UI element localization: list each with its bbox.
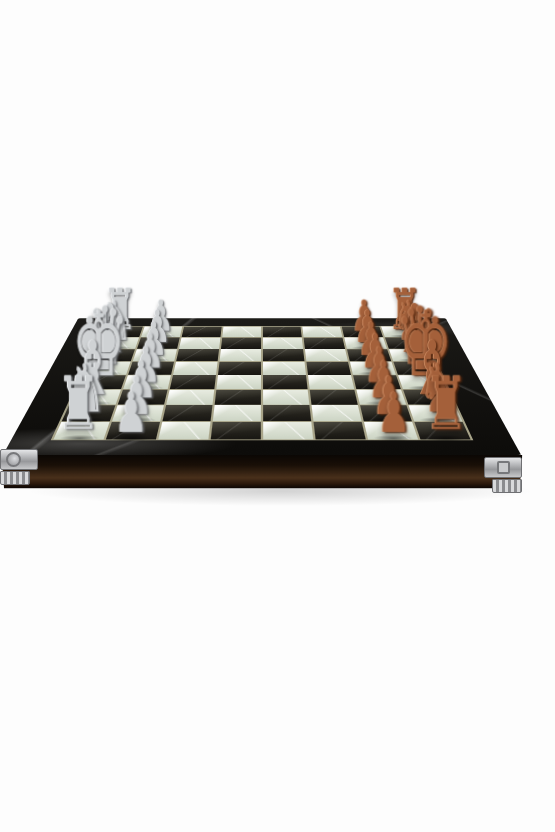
square-a6[interactable] [302, 327, 342, 338]
square-e6[interactable] [308, 375, 354, 389]
square-c6[interactable] [305, 349, 348, 361]
square-b3[interactable] [179, 338, 220, 349]
right-corner-foot [484, 457, 524, 493]
square-d4[interactable] [218, 362, 261, 375]
square-d6[interactable] [306, 362, 350, 375]
left-foot-bracket [0, 449, 38, 470]
square-f6[interactable] [310, 390, 358, 405]
square-g4[interactable] [213, 405, 261, 421]
square-g5[interactable] [263, 405, 311, 421]
square-engraving-icon [497, 461, 510, 474]
square-e5[interactable] [263, 375, 308, 389]
product-photo-canvas: ♜♟♟♜♞♟♟♞♝♟♟♝♛♟♟♛♚♟♟♚♝♟♟♝♞♟♟♞♜♟♟♜ [0, 0, 555, 832]
square-h5[interactable] [263, 422, 313, 439]
chessboard: ♜♟♟♜♞♟♟♞♝♟♟♝♛♟♟♛♚♟♟♚♝♟♟♝♞♟♟♞♜♟♟♜ [3, 318, 521, 455]
square-a5[interactable] [263, 327, 302, 338]
square-h7[interactable]: ♟ [364, 422, 418, 439]
square-c4[interactable] [220, 349, 262, 361]
square-c3[interactable] [176, 349, 219, 361]
square-f4[interactable] [215, 390, 261, 405]
square-f3[interactable] [166, 390, 214, 405]
left-foot-ridged-base [0, 471, 30, 485]
square-f5[interactable] [263, 390, 309, 405]
left-corner-foot [0, 449, 40, 485]
square-h4[interactable] [211, 422, 261, 439]
white-rook-h1[interactable]: ♜ [56, 367, 100, 440]
square-b4[interactable] [221, 338, 261, 349]
square-g3[interactable] [162, 405, 212, 421]
square-a3[interactable] [182, 327, 222, 338]
square-e4[interactable] [216, 375, 261, 389]
chessboard-scene: ♜♟♟♜♞♟♟♞♝♟♟♝♛♟♟♛♚♟♟♚♝♟♟♝♞♟♟♞♜♟♟♜ [47, 160, 477, 590]
square-h6[interactable] [314, 422, 366, 439]
scroll-volute-icon [6, 452, 21, 467]
right-foot-bracket [484, 457, 522, 478]
square-h1[interactable]: ♜ [53, 422, 109, 439]
square-h8[interactable]: ♜ [414, 422, 470, 439]
square-h2[interactable]: ♟ [106, 422, 160, 439]
black-pawn-h7[interactable]: ♟ [377, 385, 410, 440]
square-g6[interactable] [312, 405, 362, 421]
square-b5[interactable] [263, 338, 303, 349]
square-b6[interactable] [304, 338, 345, 349]
board-grid: ♜♟♟♜♞♟♟♞♝♟♟♝♛♟♟♛♚♟♟♚♝♟♟♝♞♟♟♞♜♟♟♜ [51, 326, 474, 440]
white-pawn-h2[interactable]: ♟ [114, 385, 147, 440]
square-d5[interactable] [263, 362, 306, 375]
black-rook-h8[interactable]: ♜ [424, 367, 468, 440]
square-a4[interactable] [222, 327, 261, 338]
board-marble-frame: ♜♟♟♜♞♟♟♞♝♟♟♝♛♟♟♛♚♟♟♚♝♟♟♝♞♟♟♞♜♟♟♜ [3, 318, 521, 455]
square-d3[interactable] [173, 362, 217, 375]
square-e3[interactable] [170, 375, 216, 389]
right-foot-ridged-base [492, 479, 522, 493]
board-front-edge [2, 455, 523, 488]
square-c5[interactable] [263, 349, 305, 361]
square-h3[interactable] [158, 422, 210, 439]
